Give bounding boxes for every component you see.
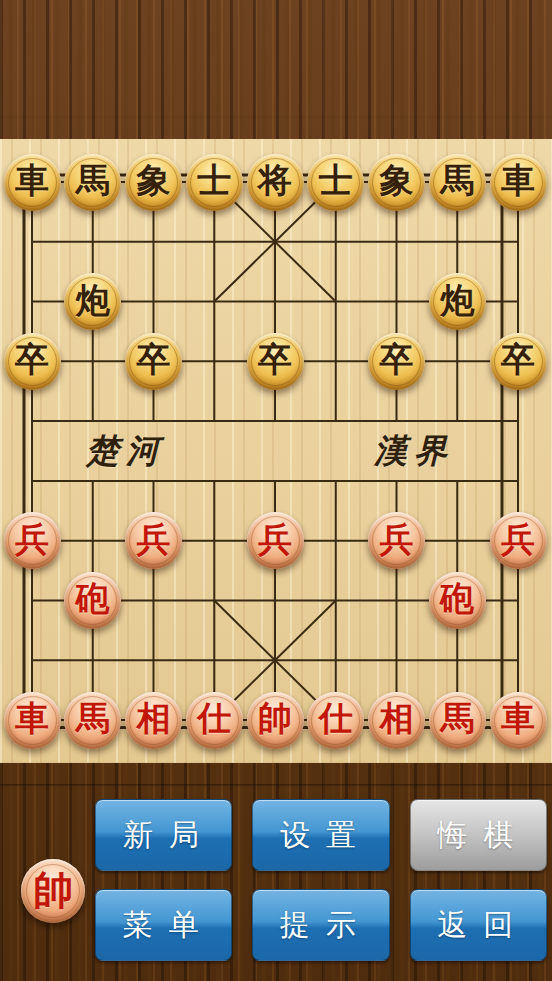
piece-black-b[interactable]: 象 bbox=[125, 154, 182, 211]
piece-glyph: 兵 bbox=[137, 523, 171, 557]
piece-black-n[interactable]: 馬 bbox=[429, 154, 486, 211]
piece-glyph: 兵 bbox=[380, 523, 414, 557]
piece-red-C[interactable]: 砲 bbox=[64, 572, 121, 629]
piece-glyph: 兵 bbox=[15, 523, 49, 557]
undo-move-button[interactable]: 悔棋 bbox=[410, 799, 547, 871]
piece-glyph: 卒 bbox=[258, 343, 292, 377]
piece-red-P[interactable]: 兵 bbox=[490, 512, 547, 569]
piece-red-N[interactable]: 馬 bbox=[429, 692, 486, 749]
back-button[interactable]: 返回 bbox=[410, 889, 547, 961]
piece-glyph: 砲 bbox=[76, 582, 110, 616]
piece-red-P[interactable]: 兵 bbox=[125, 512, 182, 569]
settings-button[interactable]: 设置 bbox=[252, 799, 389, 871]
piece-black-p[interactable]: 卒 bbox=[490, 333, 547, 390]
xiangqi-app-screen: 楚河 漢界 車馬象士将士象馬車炮炮卒卒卒卒卒兵兵兵兵兵砲砲車馬相仕帥仕相馬車 新… bbox=[0, 0, 552, 981]
piece-red-B[interactable]: 相 bbox=[368, 692, 425, 749]
piece-red-R[interactable]: 車 bbox=[490, 692, 547, 749]
piece-glyph: 兵 bbox=[501, 523, 535, 557]
piece-black-c[interactable]: 炮 bbox=[429, 273, 486, 330]
piece-red-P[interactable]: 兵 bbox=[247, 512, 304, 569]
turn-indicator-red-general: 帥 bbox=[21, 859, 85, 923]
piece-red-A[interactable]: 仕 bbox=[186, 692, 243, 749]
piece-red-N[interactable]: 馬 bbox=[64, 692, 121, 749]
piece-red-P[interactable]: 兵 bbox=[4, 512, 61, 569]
piece-red-R[interactable]: 車 bbox=[4, 692, 61, 749]
piece-glyph: 車 bbox=[15, 702, 49, 736]
piece-glyph: 車 bbox=[501, 702, 535, 736]
piece-black-a[interactable]: 士 bbox=[186, 154, 243, 211]
piece-black-p[interactable]: 卒 bbox=[247, 333, 304, 390]
board-frame-top-studs bbox=[0, 118, 552, 139]
piece-glyph: 相 bbox=[137, 702, 171, 736]
piece-black-b[interactable]: 象 bbox=[368, 154, 425, 211]
piece-glyph: 炮 bbox=[440, 284, 474, 318]
button-row-2: 菜单 提示 返回 bbox=[95, 889, 547, 961]
piece-glyph: 兵 bbox=[258, 523, 292, 557]
river-label-han: 漢界 bbox=[374, 423, 454, 479]
piece-glyph: 仕 bbox=[319, 702, 353, 736]
piece-glyph: 卒 bbox=[501, 343, 535, 377]
piece-black-a[interactable]: 士 bbox=[307, 154, 364, 211]
piece-black-p[interactable]: 卒 bbox=[125, 333, 182, 390]
piece-black-p[interactable]: 卒 bbox=[4, 333, 61, 390]
piece-red-P[interactable]: 兵 bbox=[368, 512, 425, 569]
board-grid-lines bbox=[0, 139, 552, 763]
piece-glyph: 砲 bbox=[440, 582, 474, 616]
xiangqi-board[interactable]: 楚河 漢界 車馬象士将士象馬車炮炮卒卒卒卒卒兵兵兵兵兵砲砲車馬相仕帥仕相馬車 bbox=[0, 139, 552, 763]
piece-glyph: 馬 bbox=[440, 164, 474, 198]
piece-glyph: 馬 bbox=[76, 702, 110, 736]
river-label-chu: 楚河 bbox=[86, 423, 166, 479]
piece-red-A[interactable]: 仕 bbox=[307, 692, 364, 749]
piece-glyph: 士 bbox=[319, 164, 353, 198]
piece-glyph: 相 bbox=[380, 702, 414, 736]
piece-red-C[interactable]: 砲 bbox=[429, 572, 486, 629]
piece-red-B[interactable]: 相 bbox=[125, 692, 182, 749]
piece-black-r[interactable]: 車 bbox=[490, 154, 547, 211]
new-game-button[interactable]: 新局 bbox=[95, 799, 232, 871]
piece-glyph: 車 bbox=[501, 164, 535, 198]
piece-glyph: 馬 bbox=[440, 702, 474, 736]
piece-black-c[interactable]: 炮 bbox=[64, 273, 121, 330]
piece-glyph: 馬 bbox=[76, 164, 110, 198]
menu-button[interactable]: 菜单 bbox=[95, 889, 232, 961]
piece-glyph: 象 bbox=[380, 164, 414, 198]
piece-glyph: 卒 bbox=[15, 343, 49, 377]
hint-button[interactable]: 提示 bbox=[252, 889, 389, 961]
piece-black-k[interactable]: 将 bbox=[247, 154, 304, 211]
piece-black-n[interactable]: 馬 bbox=[64, 154, 121, 211]
piece-glyph: 帥 bbox=[258, 702, 292, 736]
piece-red-K[interactable]: 帥 bbox=[247, 692, 304, 749]
piece-glyph: 将 bbox=[258, 164, 292, 198]
red-general-glyph: 帥 bbox=[33, 871, 73, 911]
piece-glyph: 車 bbox=[15, 164, 49, 198]
piece-black-p[interactable]: 卒 bbox=[368, 333, 425, 390]
piece-black-r[interactable]: 車 bbox=[4, 154, 61, 211]
board-frame-bottom-studs bbox=[0, 763, 552, 784]
piece-glyph: 象 bbox=[137, 164, 171, 198]
button-row-1: 新局 设置 悔棋 bbox=[95, 799, 547, 871]
piece-glyph: 卒 bbox=[137, 343, 171, 377]
piece-glyph: 士 bbox=[197, 164, 231, 198]
piece-glyph: 卒 bbox=[380, 343, 414, 377]
piece-glyph: 炮 bbox=[76, 284, 110, 318]
piece-glyph: 仕 bbox=[197, 702, 231, 736]
